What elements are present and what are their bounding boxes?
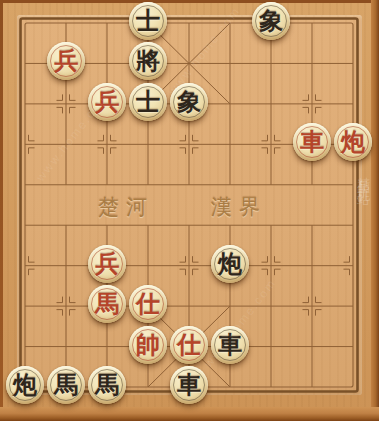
piece-glyph: 兵 (47, 42, 85, 80)
piece-black-elephant[interactable]: 象 (170, 83, 208, 121)
piece-glyph: 馬 (88, 366, 126, 404)
piece-glyph: 帥 (129, 326, 167, 364)
piece-glyph: 炮 (6, 366, 44, 404)
piece-red-advisor[interactable]: 仕 (170, 326, 208, 364)
piece-glyph: 車 (211, 326, 249, 364)
piece-red-soldier[interactable]: 兵 (88, 245, 126, 283)
xiangqi-board: 楚河 漢界 士象兵將兵士象車炮兵炮馬仕帥仕車炮馬馬車 精品手机站 www.hom… (0, 0, 379, 421)
piece-glyph: 車 (293, 123, 331, 161)
piece-glyph: 兵 (88, 245, 126, 283)
piece-glyph: 馬 (47, 366, 85, 404)
piece-black-horse[interactable]: 馬 (88, 366, 126, 404)
piece-black-cannon[interactable]: 炮 (6, 366, 44, 404)
board-edge-left (0, 0, 3, 421)
piece-black-chariot[interactable]: 車 (211, 326, 249, 364)
piece-glyph: 炮 (211, 245, 249, 283)
piece-black-advisor[interactable]: 士 (129, 83, 167, 121)
piece-black-cannon[interactable]: 炮 (211, 245, 249, 283)
piece-glyph: 炮 (334, 123, 372, 161)
piece-black-horse[interactable]: 馬 (47, 366, 85, 404)
piece-black-elephant[interactable]: 象 (252, 2, 290, 40)
piece-glyph: 士 (129, 83, 167, 121)
piece-black-chariot[interactable]: 車 (170, 366, 208, 404)
piece-red-cannon[interactable]: 炮 (334, 123, 372, 161)
piece-glyph: 將 (129, 42, 167, 80)
piece-glyph: 仕 (170, 326, 208, 364)
piece-glyph: 車 (170, 366, 208, 404)
board-edge-bottom (0, 407, 379, 421)
piece-red-general[interactable]: 帥 (129, 326, 167, 364)
piece-glyph: 士 (129, 2, 167, 40)
pieces-layer: 士象兵將兵士象車炮兵炮馬仕帥仕車炮馬馬車 (5, 3, 374, 407)
piece-red-chariot[interactable]: 車 (293, 123, 331, 161)
piece-glyph: 仕 (129, 285, 167, 323)
piece-black-advisor[interactable]: 士 (129, 2, 167, 40)
piece-glyph: 象 (252, 2, 290, 40)
piece-glyph: 象 (170, 83, 208, 121)
piece-red-soldier[interactable]: 兵 (88, 83, 126, 121)
piece-red-soldier[interactable]: 兵 (47, 42, 85, 80)
piece-black-general[interactable]: 將 (129, 42, 167, 80)
piece-glyph: 兵 (88, 83, 126, 121)
piece-glyph: 馬 (88, 285, 126, 323)
piece-red-horse[interactable]: 馬 (88, 285, 126, 323)
piece-red-advisor[interactable]: 仕 (129, 285, 167, 323)
